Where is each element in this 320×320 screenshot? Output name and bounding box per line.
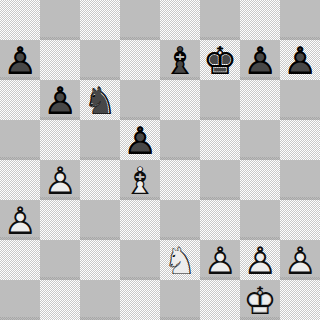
square-e2[interactable]: ♞♘: [160, 240, 200, 280]
square-a1[interactable]: [0, 280, 40, 320]
square-g1[interactable]: ♚♔: [240, 280, 280, 320]
white-pawn-outline-glyph: ♙: [200, 240, 240, 280]
square-a6[interactable]: [0, 80, 40, 120]
black-pawn-fill-glyph: ♟: [120, 120, 160, 160]
white-bishop-d4[interactable]: ♝♗: [120, 160, 160, 200]
square-b8[interactable]: [40, 0, 80, 40]
square-c5[interactable]: [80, 120, 120, 160]
square-a4[interactable]: [0, 160, 40, 200]
square-d5[interactable]: ♟♙: [120, 120, 160, 160]
square-f1[interactable]: [200, 280, 240, 320]
square-c3[interactable]: [80, 200, 120, 240]
square-a2[interactable]: [0, 240, 40, 280]
white-pawn-a3[interactable]: ♟♙: [0, 200, 40, 240]
square-d7[interactable]: [120, 40, 160, 80]
white-pawn-outline-glyph: ♙: [280, 240, 320, 280]
square-f5[interactable]: [200, 120, 240, 160]
square-c2[interactable]: [80, 240, 120, 280]
square-h3[interactable]: [280, 200, 320, 240]
black-pawn-d5[interactable]: ♟♙: [120, 120, 160, 160]
white-pawn-fill-glyph: ♟: [280, 240, 320, 280]
square-g5[interactable]: [240, 120, 280, 160]
square-g4[interactable]: [240, 160, 280, 200]
black-pawn-outline-glyph: ♙: [0, 40, 40, 80]
black-pawn-b6[interactable]: ♟♙: [40, 80, 80, 120]
square-g7[interactable]: ♟♙: [240, 40, 280, 80]
square-e6[interactable]: [160, 80, 200, 120]
square-f7[interactable]: ♚♔: [200, 40, 240, 80]
black-knight-c6[interactable]: ♞♘: [80, 80, 120, 120]
square-e4[interactable]: [160, 160, 200, 200]
square-h8[interactable]: [280, 0, 320, 40]
white-pawn-outline-glyph: ♙: [0, 200, 40, 240]
square-c7[interactable]: [80, 40, 120, 80]
square-b2[interactable]: [40, 240, 80, 280]
black-pawn-fill-glyph: ♟: [280, 40, 320, 80]
white-pawn-outline-glyph: ♙: [40, 160, 80, 200]
white-pawn-h2[interactable]: ♟♙: [280, 240, 320, 280]
square-f8[interactable]: [200, 0, 240, 40]
white-knight-fill-glyph: ♞: [160, 240, 200, 280]
black-pawn-g7[interactable]: ♟♙: [240, 40, 280, 80]
white-bishop-fill-glyph: ♝: [120, 160, 160, 200]
white-pawn-fill-glyph: ♟: [200, 240, 240, 280]
square-g6[interactable]: [240, 80, 280, 120]
square-d6[interactable]: [120, 80, 160, 120]
square-b4[interactable]: ♟♙: [40, 160, 80, 200]
black-king-f7[interactable]: ♚♔: [200, 40, 240, 80]
square-c8[interactable]: [80, 0, 120, 40]
black-pawn-h7[interactable]: ♟♙: [280, 40, 320, 80]
black-pawn-fill-glyph: ♟: [40, 80, 80, 120]
square-h6[interactable]: [280, 80, 320, 120]
black-pawn-fill-glyph: ♟: [0, 40, 40, 80]
square-g3[interactable]: [240, 200, 280, 240]
black-king-outline-glyph: ♔: [200, 40, 240, 80]
black-king-fill-glyph: ♚: [200, 40, 240, 80]
black-bishop-outline-glyph: ♗: [160, 40, 200, 80]
square-h4[interactable]: [280, 160, 320, 200]
white-king-outline-glyph: ♔: [240, 280, 280, 320]
white-bishop-outline-glyph: ♗: [120, 160, 160, 200]
square-e5[interactable]: [160, 120, 200, 160]
square-g8[interactable]: [240, 0, 280, 40]
square-h1[interactable]: [280, 280, 320, 320]
square-a3[interactable]: ♟♙: [0, 200, 40, 240]
square-d4[interactable]: ♝♗: [120, 160, 160, 200]
square-d8[interactable]: [120, 0, 160, 40]
white-pawn-fill-glyph: ♟: [0, 200, 40, 240]
black-pawn-outline-glyph: ♙: [240, 40, 280, 80]
white-pawn-fill-glyph: ♟: [240, 240, 280, 280]
square-e8[interactable]: [160, 0, 200, 40]
square-d3[interactable]: [120, 200, 160, 240]
square-g2[interactable]: ♟♙: [240, 240, 280, 280]
square-c6[interactable]: ♞♘: [80, 80, 120, 120]
white-pawn-fill-glyph: ♟: [40, 160, 80, 200]
square-c1[interactable]: [80, 280, 120, 320]
black-bishop-e7[interactable]: ♝♗: [160, 40, 200, 80]
white-knight-outline-glyph: ♘: [160, 240, 200, 280]
square-e3[interactable]: [160, 200, 200, 240]
square-f2[interactable]: ♟♙: [200, 240, 240, 280]
black-pawn-outline-glyph: ♙: [120, 120, 160, 160]
square-f4[interactable]: [200, 160, 240, 200]
square-e1[interactable]: [160, 280, 200, 320]
white-pawn-outline-glyph: ♙: [240, 240, 280, 280]
square-b5[interactable]: [40, 120, 80, 160]
square-b1[interactable]: [40, 280, 80, 320]
square-b6[interactable]: ♟♙: [40, 80, 80, 120]
black-knight-fill-glyph: ♞: [80, 80, 120, 120]
chess-board: ♟♙♝♗♚♔♟♙♟♙♟♙♞♘♟♙♟♙♝♗♟♙♞♘♟♙♟♙♟♙♚♔: [0, 0, 320, 320]
square-a7[interactable]: ♟♙: [0, 40, 40, 80]
square-h2[interactable]: ♟♙: [280, 240, 320, 280]
white-king-fill-glyph: ♚: [240, 280, 280, 320]
white-knight-e2[interactable]: ♞♘: [160, 240, 200, 280]
square-e7[interactable]: ♝♗: [160, 40, 200, 80]
square-a8[interactable]: [0, 0, 40, 40]
white-pawn-f2[interactable]: ♟♙: [200, 240, 240, 280]
white-king-g1[interactable]: ♚♔: [240, 280, 280, 320]
square-b3[interactable]: [40, 200, 80, 240]
black-bishop-fill-glyph: ♝: [160, 40, 200, 80]
black-pawn-fill-glyph: ♟: [240, 40, 280, 80]
square-d2[interactable]: [120, 240, 160, 280]
black-pawn-a7[interactable]: ♟♙: [0, 40, 40, 80]
square-h7[interactable]: ♟♙: [280, 40, 320, 80]
square-b7[interactable]: [40, 40, 80, 80]
square-h5[interactable]: [280, 120, 320, 160]
square-c4[interactable]: [80, 160, 120, 200]
black-pawn-outline-glyph: ♙: [40, 80, 80, 120]
white-pawn-g2[interactable]: ♟♙: [240, 240, 280, 280]
black-pawn-outline-glyph: ♙: [280, 40, 320, 80]
black-knight-outline-glyph: ♘: [80, 80, 120, 120]
square-f3[interactable]: [200, 200, 240, 240]
square-f6[interactable]: [200, 80, 240, 120]
square-a5[interactable]: [0, 120, 40, 160]
white-pawn-b4[interactable]: ♟♙: [40, 160, 80, 200]
square-d1[interactable]: [120, 280, 160, 320]
